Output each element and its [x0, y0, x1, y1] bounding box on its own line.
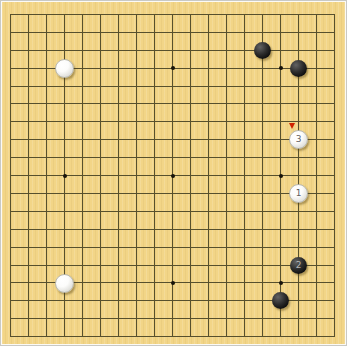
black-stone[interactable]: [290, 60, 307, 77]
move-number-label: 2: [296, 261, 302, 270]
last-move-triangle-icon: [289, 123, 295, 129]
star-point: [171, 66, 175, 70]
star-point: [171, 281, 175, 285]
white-stone[interactable]: [55, 274, 74, 293]
black-stone[interactable]: [272, 292, 289, 309]
go-board-window: 123: [0, 0, 347, 346]
black-stone[interactable]: 2: [290, 257, 307, 274]
white-stone[interactable]: 1: [289, 184, 308, 203]
star-point: [279, 174, 283, 178]
star-point: [279, 281, 283, 285]
star-point: [171, 174, 175, 178]
white-stone[interactable]: 3: [289, 130, 308, 149]
black-stone[interactable]: [254, 42, 271, 59]
goban-surface[interactable]: 123: [2, 2, 345, 344]
star-point: [279, 66, 283, 70]
move-number-label: 3: [296, 135, 302, 144]
star-point: [63, 174, 67, 178]
white-stone[interactable]: [55, 59, 74, 78]
move-number-label: 1: [296, 189, 302, 198]
board-grid[interactable]: 123: [2, 6, 344, 346]
